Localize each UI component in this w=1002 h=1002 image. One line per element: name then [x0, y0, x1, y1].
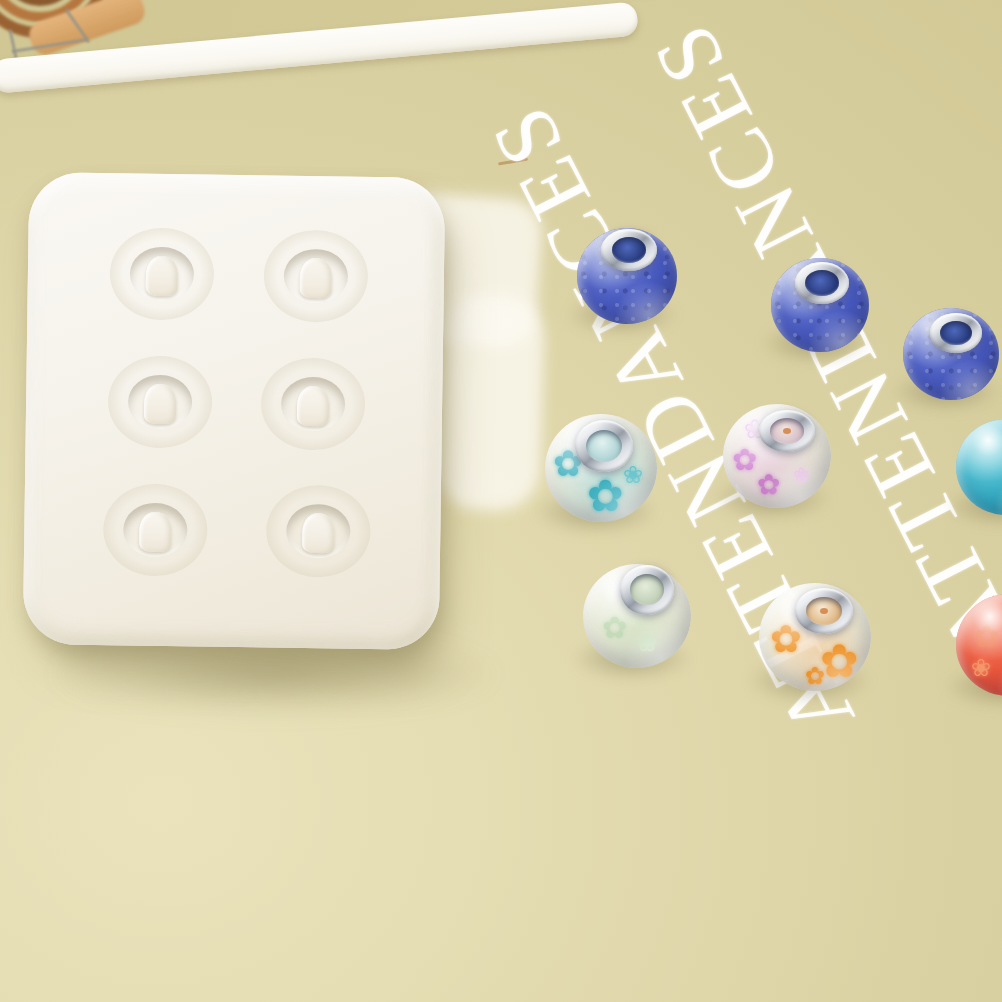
- red-bead-right-edge: ✿❀: [956, 594, 1002, 696]
- flower-center-dot: [783, 428, 791, 434]
- silver-core-ring: [795, 588, 853, 634]
- red-bead-right-edge-body: ✿❀: [956, 594, 1002, 696]
- cavity-center-post-5: [302, 513, 335, 553]
- core-hole: [586, 430, 622, 462]
- core-hole: [770, 418, 805, 444]
- teal-bead-right-edge-body: [956, 419, 1002, 515]
- teal-bead-right-edge-highlight: [956, 419, 1002, 515]
- orange-flower-bead: ✿✿❀✿: [759, 583, 871, 691]
- blue-resin-bead-2: [771, 258, 869, 352]
- core-hole: [806, 597, 842, 626]
- cavity-center-post-0: [146, 256, 179, 296]
- paper-glare-patch-1: [434, 294, 545, 511]
- cavity-center-post-4: [139, 512, 172, 552]
- flower-center-dot: [820, 608, 828, 614]
- cavity-center-post-2: [144, 384, 177, 424]
- red-bead-right-edge-highlight: [956, 594, 1002, 696]
- cavity-center-post-1: [300, 258, 333, 298]
- blue-resin-bead-1: [577, 228, 677, 324]
- cavity-center-post-3: [297, 386, 330, 426]
- core-hole: [805, 270, 838, 296]
- green-flower-bead: ✿❀❀: [583, 564, 691, 668]
- silver-core-ring: [759, 410, 815, 452]
- silver-core-ring: [930, 313, 982, 353]
- teal-bead-right-edge: [956, 419, 1002, 515]
- teal-flower-bead: ✿✿❀❀: [545, 414, 657, 522]
- silver-core-ring: [575, 420, 633, 472]
- silver-core-ring: [620, 565, 674, 615]
- photo-scene: ATTENDANCESATTENDANCES ✿✿❀❀✿❀✿❀❀✿❀❀✿✿❀✿✿…: [0, 0, 1002, 1002]
- core-hole: [612, 237, 647, 263]
- silver-core-ring: [601, 229, 657, 271]
- core-hole: [940, 321, 972, 346]
- silicone-bead-mold: [23, 172, 446, 650]
- blue-resin-bead-3: [903, 308, 999, 400]
- pink-flower-bead: ✿❀✿❀❀: [723, 404, 831, 508]
- silver-core-ring: [795, 262, 849, 304]
- core-hole: [630, 574, 663, 605]
